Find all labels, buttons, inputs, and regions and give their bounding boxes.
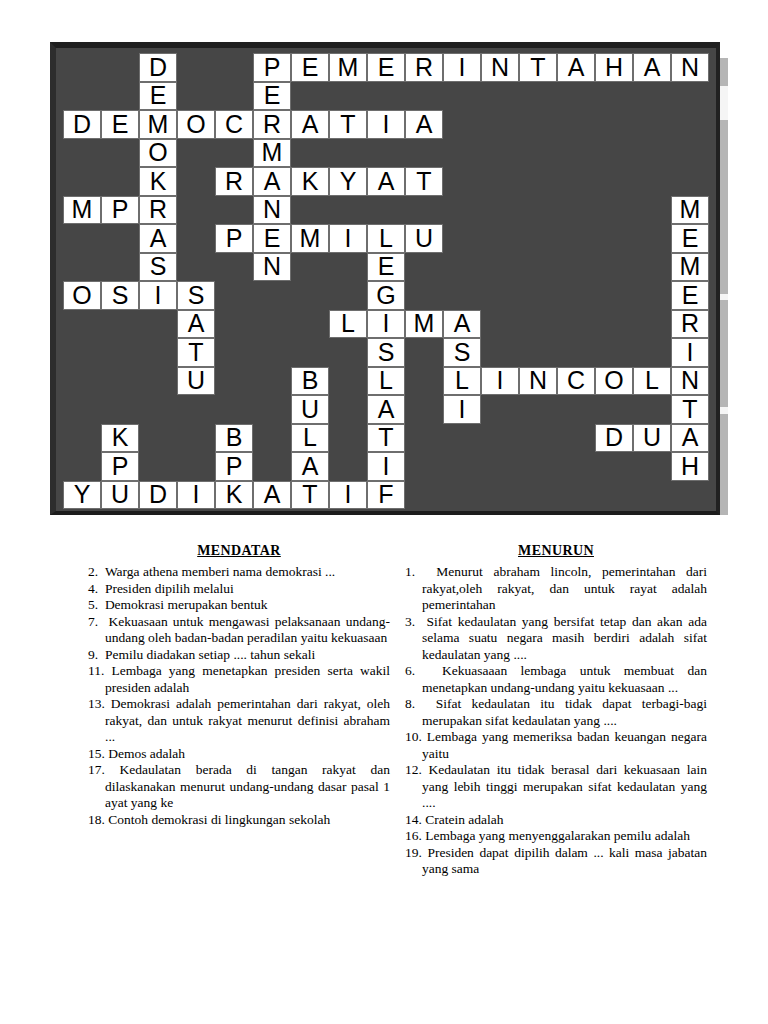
cell-r11c11: S bbox=[443, 338, 481, 367]
cell-r7c10: U bbox=[405, 224, 443, 253]
clue-number: 4. bbox=[88, 581, 98, 596]
cell-r11c17: I bbox=[671, 338, 709, 367]
clue-down-10: 10. Lembaga yang memeriksa badan keuanga… bbox=[405, 729, 707, 762]
clue-number: 13. bbox=[88, 696, 105, 711]
clue-across-15: 15. Demos adalah bbox=[88, 746, 390, 763]
clue-text: Sifat kedaulatan yang bersifat tetap dan… bbox=[415, 614, 707, 662]
cell-r5c5: R bbox=[215, 167, 253, 196]
cell-r16c3: D bbox=[139, 481, 177, 510]
cell-r3c1: D bbox=[63, 110, 101, 139]
down-clues-column: MENURUN 1. Menurut abraham lincoln, peme… bbox=[405, 543, 707, 878]
clue-number: 7. bbox=[88, 614, 98, 629]
cell-r16c8: I bbox=[329, 481, 367, 510]
cell-r1c9: E bbox=[367, 53, 405, 82]
cell-r1c16: A bbox=[633, 53, 671, 82]
cell-r5c7: K bbox=[291, 167, 329, 196]
cell-r15c7: A bbox=[291, 452, 329, 481]
clue-number: 12. bbox=[405, 762, 422, 777]
clue-text: Kedaulatan itu tidak berasal dari kekuas… bbox=[422, 762, 707, 810]
cell-r15c17: H bbox=[671, 452, 709, 481]
cell-r10c9: I bbox=[367, 310, 405, 339]
clue-text: Lembaga yang menetapkan presiden serta w… bbox=[104, 663, 390, 695]
cell-r7c9: L bbox=[367, 224, 405, 253]
cell-r1c8: M bbox=[329, 53, 367, 82]
cell-r13c17: T bbox=[671, 395, 709, 424]
clue-text: Pemilu diadakan setiap .... tahun sekali bbox=[98, 647, 315, 662]
clue-text: Lembaga yang memeriksa badan keuangan ne… bbox=[422, 729, 707, 761]
cell-r16c6: A bbox=[253, 481, 291, 510]
clue-number: 14. bbox=[405, 812, 422, 827]
cell-r10c4: A bbox=[177, 310, 215, 339]
cell-r2c6: E bbox=[253, 82, 291, 111]
clue-text: Presiden dapat dipilih dalam ... kali ma… bbox=[422, 845, 707, 877]
clue-number: 18. bbox=[88, 812, 105, 827]
scrollbar-notch bbox=[720, 294, 728, 300]
cell-r14c7: L bbox=[291, 424, 329, 453]
crossword-board: DPEMERINTAHANEEDEMOCRATIAOMKRAKYATMPRNMA… bbox=[50, 42, 720, 515]
cell-r12c16: L bbox=[633, 367, 671, 396]
clue-text: Demokrasi adalah pemerintahan dari rakya… bbox=[105, 696, 390, 744]
cell-r1c15: H bbox=[595, 53, 633, 82]
down-heading: MENURUN bbox=[405, 543, 707, 559]
cell-r12c14: C bbox=[557, 367, 595, 396]
cell-r7c3: A bbox=[139, 224, 177, 253]
cell-r6c17: M bbox=[671, 196, 709, 225]
clue-text: Presiden dipilih melalui bbox=[98, 581, 234, 596]
cell-r9c9: G bbox=[367, 281, 405, 310]
clue-down-14: 14. Cratein adalah bbox=[405, 812, 707, 829]
cell-r14c15: D bbox=[595, 424, 633, 453]
cell-r1c3: D bbox=[139, 53, 177, 82]
cell-r14c17: A bbox=[671, 424, 709, 453]
cell-r15c5: P bbox=[215, 452, 253, 481]
cell-r5c6: A bbox=[253, 167, 291, 196]
clue-across-7: 7. Kekuasaan untuk mengawasi pelaksanaan… bbox=[88, 614, 390, 647]
cell-r6c1: M bbox=[63, 196, 101, 225]
clues-section: MENDATAR 2. Warga athena memberi nama de… bbox=[88, 543, 708, 878]
clue-down-12: 12. Kedaulatan itu tidak berasal dari ke… bbox=[405, 762, 707, 812]
cell-r14c9: T bbox=[367, 424, 405, 453]
cell-r1c10: R bbox=[405, 53, 443, 82]
cell-r1c12: N bbox=[481, 53, 519, 82]
cell-r16c2: U bbox=[101, 481, 139, 510]
clue-text: Menurut abraham lincoln, pemerintahan da… bbox=[415, 564, 707, 612]
cell-r9c1: O bbox=[63, 281, 101, 310]
cell-r1c13: T bbox=[519, 53, 557, 82]
cell-r5c8: Y bbox=[329, 167, 367, 196]
cell-r12c13: N bbox=[519, 367, 557, 396]
clue-across-4: 4. Presiden dipilih melalui bbox=[88, 581, 390, 598]
clue-text: Kekuasaan untuk mengawasi pelaksanaan un… bbox=[98, 614, 390, 646]
cell-r2c3: E bbox=[139, 82, 177, 111]
cell-r9c2: S bbox=[101, 281, 139, 310]
cell-r12c11: L bbox=[443, 367, 481, 396]
cell-r9c17: E bbox=[671, 281, 709, 310]
across-heading: MENDATAR bbox=[88, 543, 390, 559]
cell-r7c8: I bbox=[329, 224, 367, 253]
clue-across-18: 18. Contoh demokrasi di lingkungan sekol… bbox=[88, 812, 390, 829]
clue-down-19: 19. Presiden dapat dipilih dalam ... kal… bbox=[405, 845, 707, 878]
cell-r10c10: M bbox=[405, 310, 443, 339]
clue-number: 2. bbox=[88, 564, 98, 579]
clue-number: 17. bbox=[88, 762, 105, 777]
cell-r3c2: E bbox=[101, 110, 139, 139]
across-clues-column: MENDATAR 2. Warga athena memberi nama de… bbox=[88, 543, 390, 878]
cell-r3c3: M bbox=[139, 110, 177, 139]
cell-r6c2: P bbox=[101, 196, 139, 225]
cell-r16c1: Y bbox=[63, 481, 101, 510]
cell-r3c7: A bbox=[291, 110, 329, 139]
cell-r15c2: P bbox=[101, 452, 139, 481]
clue-across-2: 2. Warga athena memberi nama demokrasi .… bbox=[88, 564, 390, 581]
clue-text: Lembaga yang menyenggalarakan pemilu ada… bbox=[422, 828, 690, 843]
clue-across-9: 9. Pemilu diadakan setiap .... tahun sek… bbox=[88, 647, 390, 664]
cell-r6c6: N bbox=[253, 196, 291, 225]
cell-r1c11: I bbox=[443, 53, 481, 82]
clue-number: 6. bbox=[405, 663, 415, 678]
cell-r14c2: K bbox=[101, 424, 139, 453]
clue-number: 15. bbox=[88, 746, 105, 761]
cell-r13c11: I bbox=[443, 395, 481, 424]
clue-number: 10. bbox=[405, 729, 422, 744]
clue-number: 16. bbox=[405, 828, 422, 843]
cell-r5c10: T bbox=[405, 167, 443, 196]
cell-r3c4: O bbox=[177, 110, 215, 139]
cell-r9c3: I bbox=[139, 281, 177, 310]
cell-r8c6: N bbox=[253, 253, 291, 282]
scrollbar-thumb[interactable] bbox=[720, 86, 728, 120]
clue-number: 3. bbox=[405, 614, 415, 629]
cell-r1c7: E bbox=[291, 53, 329, 82]
clue-down-1: 1. Menurut abraham lincoln, pemerintahan… bbox=[405, 564, 707, 614]
cell-r11c9: S bbox=[367, 338, 405, 367]
cell-r8c17: M bbox=[671, 253, 709, 282]
scrollbar-notch bbox=[720, 407, 728, 414]
clue-down-8: 8. Sifat kedaulatan itu tidak dapat terb… bbox=[405, 696, 707, 729]
cell-r7c5: P bbox=[215, 224, 253, 253]
clue-across-17: 17. Kedaulatan berada di tangan rakyat d… bbox=[88, 762, 390, 812]
clue-number: 9. bbox=[88, 647, 98, 662]
clue-text: Kedaulatan berada di tangan rakyat dan d… bbox=[105, 762, 390, 810]
clue-number: 19. bbox=[405, 845, 422, 860]
cell-r16c7: T bbox=[291, 481, 329, 510]
cell-r14c16: U bbox=[633, 424, 671, 453]
cell-r13c9: A bbox=[367, 395, 405, 424]
cell-r1c17: N bbox=[671, 53, 709, 82]
cell-r7c17: E bbox=[671, 224, 709, 253]
clue-down-3: 3. Sifat kedaulatan yang bersifat tetap … bbox=[405, 614, 707, 664]
clue-text: Kekuasaaan lembaga untuk membuat dan men… bbox=[415, 663, 707, 695]
cell-r6c3: R bbox=[139, 196, 177, 225]
cell-r8c9: E bbox=[367, 253, 405, 282]
clue-number: 11. bbox=[88, 663, 104, 678]
cell-r5c9: A bbox=[367, 167, 405, 196]
cell-r16c4: I bbox=[177, 481, 215, 510]
clue-number: 5. bbox=[88, 597, 98, 612]
cell-r1c14: A bbox=[557, 53, 595, 82]
clue-text: Sifat kedaulatan itu tidak dapat terbagi… bbox=[415, 696, 707, 728]
cell-r12c7: B bbox=[291, 367, 329, 396]
cell-r9c4: S bbox=[177, 281, 215, 310]
cell-r3c6: R bbox=[253, 110, 291, 139]
cell-r12c4: U bbox=[177, 367, 215, 396]
cell-r10c8: L bbox=[329, 310, 367, 339]
cell-r3c8: T bbox=[329, 110, 367, 139]
clue-text: Warga athena memberi nama demokrasi ... bbox=[98, 564, 335, 579]
cell-r11c4: T bbox=[177, 338, 215, 367]
clue-down-16: 16. Lembaga yang menyenggalarakan pemilu… bbox=[405, 828, 707, 845]
clue-across-13: 13. Demokrasi adalah pemerintahan dari r… bbox=[88, 696, 390, 746]
clue-text: Cratein adalah bbox=[422, 812, 504, 827]
clue-number: 1. bbox=[405, 564, 415, 579]
cell-r3c9: I bbox=[367, 110, 405, 139]
clue-down-6: 6. Kekuasaaan lembaga untuk membuat dan … bbox=[405, 663, 707, 696]
cell-r14c5: B bbox=[215, 424, 253, 453]
clue-across-5: 5. Demokrasi merupakan bentuk bbox=[88, 597, 390, 614]
clue-text: Demokrasi merupakan bentuk bbox=[98, 597, 267, 612]
scrollbar-track[interactable] bbox=[720, 58, 728, 515]
cell-r1c6: P bbox=[253, 53, 291, 82]
clue-across-11: 11. Lembaga yang menetapkan presiden ser… bbox=[88, 663, 390, 696]
cell-r12c9: L bbox=[367, 367, 405, 396]
down-clue-list: 1. Menurut abraham lincoln, pemerintahan… bbox=[405, 564, 707, 878]
cell-r3c5: C bbox=[215, 110, 253, 139]
cell-r12c12: I bbox=[481, 367, 519, 396]
cell-r10c17: R bbox=[671, 310, 709, 339]
cell-r15c9: I bbox=[367, 452, 405, 481]
cell-r4c6: M bbox=[253, 139, 291, 168]
across-clue-list: 2. Warga athena memberi nama demokrasi .… bbox=[88, 564, 390, 828]
crossword-grid: DPEMERINTAHANEEDEMOCRATIAOMKRAKYATMPRNMA… bbox=[63, 53, 709, 509]
cell-r7c6: E bbox=[253, 224, 291, 253]
cell-r13c7: U bbox=[291, 395, 329, 424]
cell-r16c5: K bbox=[215, 481, 253, 510]
cell-r12c15: O bbox=[595, 367, 633, 396]
clue-text: Contoh demokrasi di lingkungan sekolah bbox=[105, 812, 330, 827]
cell-r16c9: F bbox=[367, 481, 405, 510]
clue-text: Demos adalah bbox=[105, 746, 185, 761]
cell-r12c17: N bbox=[671, 367, 709, 396]
cell-r7c7: M bbox=[291, 224, 329, 253]
cell-r4c3: O bbox=[139, 139, 177, 168]
cell-r8c3: S bbox=[139, 253, 177, 282]
clue-number: 8. bbox=[405, 696, 415, 711]
cell-r10c11: A bbox=[443, 310, 481, 339]
cell-r5c3: K bbox=[139, 167, 177, 196]
cell-r3c10: A bbox=[405, 110, 443, 139]
